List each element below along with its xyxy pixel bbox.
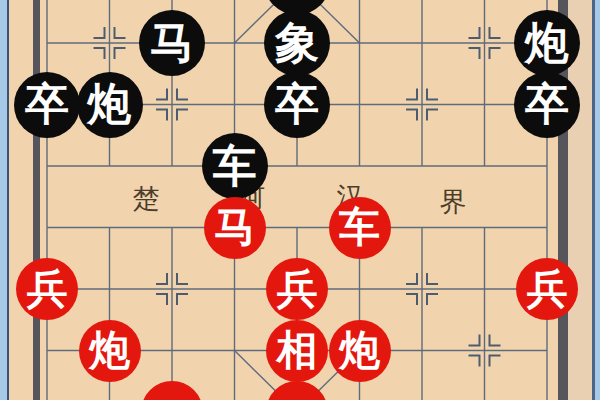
- window-frame-left: [0, 0, 7, 400]
- piece-red-cannon-b7[interactable]: 炮: [79, 320, 141, 382]
- piece-black-elephant-e2[interactable]: 象: [264, 10, 330, 76]
- piece-red-cannon-f7[interactable]: 炮: [329, 320, 391, 382]
- point-marker-h7: [490, 356, 501, 367]
- point-marker-h2: [490, 27, 501, 38]
- point-marker-g6: [427, 273, 438, 284]
- point-marker-b2: [94, 48, 105, 59]
- piece-red-horse-d5[interactable]: 马: [204, 197, 266, 259]
- point-marker-b2: [115, 48, 126, 59]
- point-marker-h7: [469, 356, 480, 367]
- point-marker-c6: [156, 294, 167, 305]
- piece-black-soldier-i3[interactable]: 卒: [514, 72, 580, 138]
- point-marker-c3: [156, 110, 167, 121]
- piece-black-soldier-e3[interactable]: 卒: [264, 72, 330, 138]
- piece-black-soldier-a3[interactable]: 卒: [14, 72, 80, 138]
- point-marker-c6: [177, 294, 188, 305]
- piece-red-soldier-a6[interactable]: 兵: [16, 258, 78, 320]
- point-marker-c6: [177, 273, 188, 284]
- piece-red-chariot-f5[interactable]: 车: [329, 197, 391, 259]
- point-marker-h2: [469, 27, 480, 38]
- piece-red-soldier-i6[interactable]: 兵: [516, 258, 578, 320]
- point-marker-c6: [156, 273, 167, 284]
- point-marker-g6: [406, 294, 417, 305]
- point-marker-g6: [427, 294, 438, 305]
- point-marker-g6: [406, 273, 417, 284]
- point-marker-c3: [156, 89, 167, 100]
- point-marker-b2: [94, 27, 105, 38]
- point-marker-h7: [469, 335, 480, 346]
- window-frame-right: [595, 0, 600, 400]
- piece-black-cannon-b3[interactable]: 炮: [77, 72, 143, 138]
- piece-red-soldier-e6[interactable]: 兵: [266, 258, 328, 320]
- river-char-jie: 界: [440, 188, 467, 215]
- point-marker-g3: [406, 89, 417, 100]
- piece-black-horse-c2[interactable]: 马: [139, 10, 205, 76]
- point-marker-h2: [469, 48, 480, 59]
- point-marker-g3: [427, 110, 438, 121]
- piece-red-elephant-e7[interactable]: 相: [266, 320, 328, 382]
- river-char-chu: 楚: [133, 185, 160, 212]
- point-marker-b2: [115, 27, 126, 38]
- piece-black-cannon-i2[interactable]: 炮: [514, 10, 580, 76]
- point-marker-h2: [490, 48, 501, 59]
- point-marker-c3: [177, 89, 188, 100]
- xiangqi-board-screenshot: 楚 河 汉 界 马象炮卒炮卒卒车马车兵兵兵炮相炮: [0, 0, 600, 400]
- point-marker-g3: [406, 110, 417, 121]
- point-marker-g3: [427, 89, 438, 100]
- piece-black-chariot-d4[interactable]: 车: [202, 133, 268, 199]
- point-marker-c3: [177, 110, 188, 121]
- point-marker-h7: [490, 335, 501, 346]
- window-frame-left-line: [7, 0, 9, 400]
